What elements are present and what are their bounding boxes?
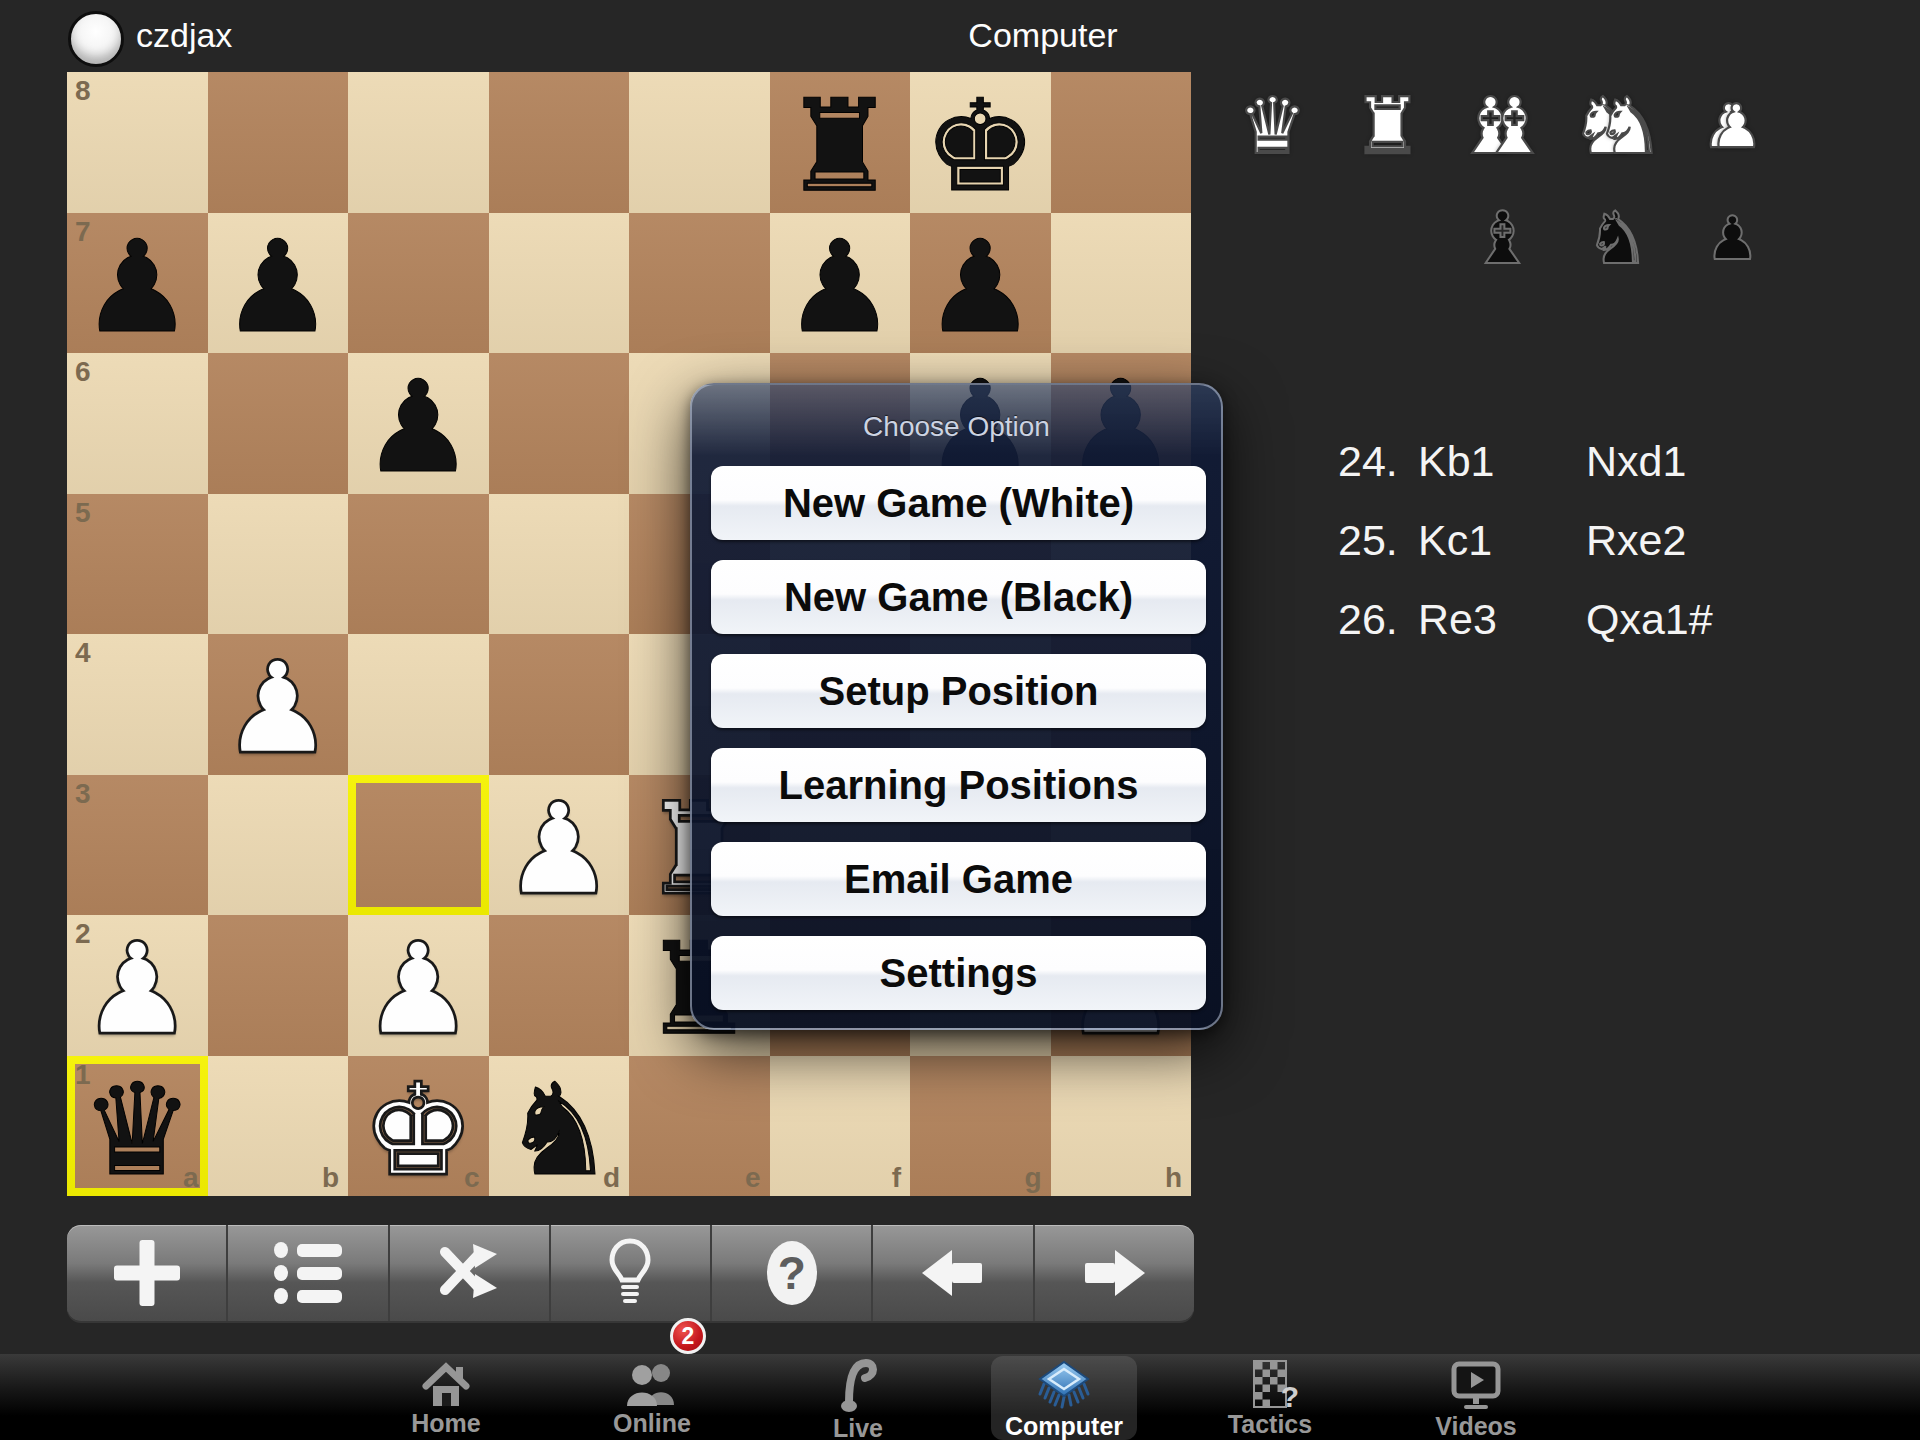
hint-button[interactable] xyxy=(549,1225,710,1321)
player-name: czdjax xyxy=(136,16,232,55)
square-d1[interactable]: d♞ xyxy=(489,1056,630,1197)
square-h8[interactable] xyxy=(1051,72,1192,213)
square-d7[interactable] xyxy=(489,213,630,354)
black-move: Rxe2 xyxy=(1586,516,1686,595)
rank-label: 7 xyxy=(75,216,91,248)
square-c3[interactable] xyxy=(348,775,489,916)
top-bar: czdjax Computer xyxy=(0,0,1920,72)
add-icon xyxy=(112,1238,182,1308)
square-d5[interactable] xyxy=(489,494,630,635)
square-c5[interactable] xyxy=(348,494,489,635)
square-e8[interactable] xyxy=(629,72,770,213)
move-list-icon xyxy=(274,1235,342,1311)
tab-bar: Home2OnlineLiveComputer?TacticsVideos xyxy=(0,1354,1920,1440)
player-color-avatar xyxy=(68,11,124,67)
square-b6[interactable] xyxy=(208,353,349,494)
rank-label: 6 xyxy=(75,356,91,388)
online-icon: 2 xyxy=(623,1360,681,1407)
rank-label: 5 xyxy=(75,497,91,529)
add-button[interactable] xyxy=(67,1225,226,1321)
captured-white-rook-icon: ♜ xyxy=(1330,78,1445,173)
dialog-button-email-game[interactable]: Email Game xyxy=(711,842,1206,916)
square-h7[interactable] xyxy=(1051,213,1192,354)
dialog-button-new-game-black[interactable]: New Game (Black) xyxy=(711,560,1206,634)
dialog-button-setup-position[interactable]: Setup Position xyxy=(711,654,1206,728)
captured-white-pawn-icon: ♟♟ xyxy=(1675,78,1790,173)
black-move: Qxa1# xyxy=(1586,595,1713,674)
square-f1[interactable]: f xyxy=(770,1056,911,1197)
dialog-button-new-game-white[interactable]: New Game (White) xyxy=(711,466,1206,540)
square-f7[interactable]: ♟ xyxy=(770,213,911,354)
piece-white-pawn: ♟ xyxy=(208,634,349,775)
captured-piece-glyph: ♛ xyxy=(1238,87,1308,165)
square-b1[interactable]: b xyxy=(208,1056,349,1197)
choose-option-dialog: Choose Option New Game (White)New Game (… xyxy=(690,383,1223,1030)
shuffle-button[interactable] xyxy=(388,1225,549,1321)
square-a7[interactable]: 7♟ xyxy=(67,213,208,354)
captured-piece-glyph: ♞ xyxy=(1585,202,1650,274)
piece-black-pawn: ♟ xyxy=(348,353,489,494)
square-d2[interactable] xyxy=(489,915,630,1056)
tab-videos[interactable]: Videos xyxy=(1401,1356,1551,1438)
white-move: Kb1 xyxy=(1418,437,1586,516)
back-button[interactable] xyxy=(871,1225,1032,1321)
live-icon xyxy=(835,1360,881,1412)
file-label: f xyxy=(892,1162,901,1194)
square-d8[interactable] xyxy=(489,72,630,213)
square-e7[interactable] xyxy=(629,213,770,354)
captured-black-pawn-icon: ♟ xyxy=(1675,190,1790,285)
square-e1[interactable]: e xyxy=(629,1056,770,1197)
rank-label: 1 xyxy=(75,1059,91,1091)
square-c4[interactable] xyxy=(348,634,489,775)
square-b5[interactable] xyxy=(208,494,349,635)
computer-icon xyxy=(1036,1360,1092,1410)
game-toolbar: ? xyxy=(67,1225,1194,1321)
captured-piece-glyph: ♝ xyxy=(1470,202,1535,274)
captured-piece-glyph: ♟ xyxy=(1706,208,1760,268)
square-a8[interactable]: 8 xyxy=(67,72,208,213)
tactics-question-glyph: ? xyxy=(1281,1380,1299,1414)
tab-label: Home xyxy=(411,1409,480,1438)
dialog-title: Choose Option xyxy=(692,411,1221,443)
tab-online[interactable]: 2Online xyxy=(577,1356,727,1438)
move-number: 26. xyxy=(1338,595,1418,674)
notification-badge: 2 xyxy=(670,1318,706,1354)
square-g7[interactable]: ♟ xyxy=(910,213,1051,354)
square-a3[interactable]: 3 xyxy=(67,775,208,916)
forward-icon xyxy=(1079,1250,1149,1296)
move-row[interactable]: 26.Re3Qxa1# xyxy=(1338,595,1713,674)
move-list-button[interactable] xyxy=(226,1225,387,1321)
square-b2[interactable] xyxy=(208,915,349,1056)
rank-label: 4 xyxy=(75,637,91,669)
tab-live[interactable]: Live xyxy=(783,1356,933,1438)
square-c1[interactable]: c♚ xyxy=(348,1056,489,1197)
rank-label: 8 xyxy=(75,75,91,107)
square-a1[interactable]: 1a♛ xyxy=(67,1056,208,1197)
square-g8[interactable]: ♚ xyxy=(910,72,1051,213)
square-c7[interactable] xyxy=(348,213,489,354)
square-b4[interactable]: ♟ xyxy=(208,634,349,775)
tab-computer[interactable]: Computer xyxy=(989,1356,1139,1438)
black-move: Nxd1 xyxy=(1586,437,1686,516)
square-b8[interactable] xyxy=(208,72,349,213)
square-c8[interactable] xyxy=(348,72,489,213)
captured-white-bishop-icon: ♝♝ xyxy=(1445,78,1560,173)
videos-icon xyxy=(1449,1360,1503,1410)
tab-label: Online xyxy=(613,1409,691,1438)
dialog-button-settings[interactable]: Settings xyxy=(711,936,1206,1010)
move-number: 24. xyxy=(1338,437,1418,516)
piece-black-pawn: ♟ xyxy=(208,213,349,354)
move-row[interactable]: 24.Kb1Nxd1 xyxy=(1338,437,1713,516)
move-list: 24.Kb1Nxd125.Kc1Rxe226.Re3Qxa1# xyxy=(1338,437,1713,674)
help-icon: ? xyxy=(767,1241,817,1305)
tactics-icon: ? xyxy=(1253,1360,1287,1408)
tab-label: Videos xyxy=(1435,1412,1517,1440)
captured-white-queen-icon: ♛ xyxy=(1215,78,1330,173)
tab-label: Computer xyxy=(1005,1412,1123,1440)
back-icon xyxy=(918,1250,988,1296)
file-label: e xyxy=(745,1162,761,1194)
square-a4[interactable]: 4 xyxy=(67,634,208,775)
square-d3[interactable]: ♟ xyxy=(489,775,630,916)
shuffle-icon xyxy=(435,1242,503,1304)
hint-icon xyxy=(608,1237,652,1309)
square-g1[interactable]: g xyxy=(910,1056,1051,1197)
file-label: g xyxy=(1024,1162,1041,1194)
captured-piece-glyph: ♟ xyxy=(1710,96,1764,156)
piece-black-pawn: ♟ xyxy=(770,213,911,354)
captured-piece-glyph: ♞ xyxy=(1595,87,1665,165)
forward-button[interactable] xyxy=(1033,1225,1194,1321)
page-title: Computer xyxy=(968,16,1117,55)
piece-black-rook: ♜ xyxy=(770,72,911,213)
file-label: a xyxy=(183,1162,199,1194)
move-row[interactable]: 25.Kc1Rxe2 xyxy=(1338,516,1713,595)
square-b7[interactable]: ♟ xyxy=(208,213,349,354)
file-label: b xyxy=(322,1162,339,1194)
tab-label: Live xyxy=(833,1414,883,1440)
square-c6[interactable]: ♟ xyxy=(348,353,489,494)
square-f8[interactable]: ♜ xyxy=(770,72,911,213)
tab-home[interactable]: Home xyxy=(371,1356,521,1438)
rank-label: 2 xyxy=(75,918,91,950)
white-move: Re3 xyxy=(1418,595,1586,674)
captured-black-knight-icon: ♞ xyxy=(1560,190,1675,285)
dialog-button-learning-positions[interactable]: Learning Positions xyxy=(711,748,1206,822)
captured-black-bishop-icon: ♝ xyxy=(1445,190,1560,285)
piece-black-king: ♚ xyxy=(910,72,1051,213)
square-d6[interactable] xyxy=(489,353,630,494)
move-number: 25. xyxy=(1338,516,1418,595)
square-h1[interactable]: h xyxy=(1051,1056,1192,1197)
square-a5[interactable]: 5 xyxy=(67,494,208,635)
captured-piece-glyph: ♜ xyxy=(1353,87,1423,165)
piece-white-pawn: ♟ xyxy=(348,915,489,1056)
square-d4[interactable] xyxy=(489,634,630,775)
file-label: d xyxy=(603,1162,620,1194)
square-a6[interactable]: 6 xyxy=(67,353,208,494)
captured-piece-glyph: ♝ xyxy=(1480,87,1550,165)
piece-black-pawn: ♟ xyxy=(910,213,1051,354)
tab-tactics[interactable]: ?Tactics xyxy=(1195,1356,1345,1438)
tab-label: Tactics xyxy=(1228,1410,1312,1439)
square-c2[interactable]: ♟ xyxy=(348,915,489,1056)
rank-label: 3 xyxy=(75,778,91,810)
piece-white-pawn: ♟ xyxy=(489,775,630,916)
file-label: c xyxy=(464,1162,480,1194)
captured-white-knight-icon: ♞♞ xyxy=(1560,78,1675,173)
home-icon xyxy=(420,1360,472,1407)
help-button[interactable]: ? xyxy=(710,1225,871,1321)
square-a2[interactable]: 2♟ xyxy=(67,915,208,1056)
file-label: h xyxy=(1165,1162,1182,1194)
square-b3[interactable] xyxy=(208,775,349,916)
white-move: Kc1 xyxy=(1418,516,1586,595)
